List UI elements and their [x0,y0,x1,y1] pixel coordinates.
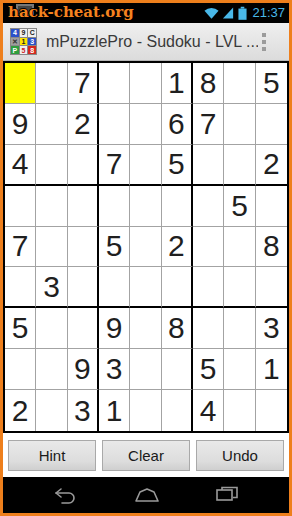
cell-r8c8[interactable] [224,349,255,390]
cell-r4c4[interactable] [99,186,130,227]
status-bar: hack-cheat.org 21:37 [3,3,289,23]
cell-r3c3[interactable] [68,145,99,186]
cell-r6c4[interactable] [99,267,130,308]
cell-r6c9[interactable] [256,267,287,308]
cell-r5c7[interactable] [193,227,224,268]
cell-r4c2[interactable] [36,186,67,227]
cell-r4c8[interactable]: 5 [224,186,255,227]
cell-r6c1[interactable] [5,267,36,308]
cell-r2c6[interactable]: 6 [162,104,193,145]
cell-r1c6[interactable]: 1 [162,63,193,104]
cell-r1c5[interactable] [130,63,161,104]
cell-r3c7[interactable] [193,145,224,186]
cell-r2c7[interactable]: 7 [193,104,224,145]
hint-button[interactable]: Hint [8,440,96,471]
cell-r2c9[interactable] [256,104,287,145]
cell-r7c5[interactable] [130,308,161,349]
cell-r4c5[interactable] [130,186,161,227]
cell-r6c3[interactable] [68,267,99,308]
cell-r3c5[interactable] [130,145,161,186]
cell-r1c4[interactable] [99,63,130,104]
cell-r8c7[interactable]: 5 [193,349,224,390]
cell-r4c3[interactable] [68,186,99,227]
clock: 21:37 [252,3,285,23]
cell-r8c1[interactable] [5,349,36,390]
cell-r9c6[interactable] [162,390,193,431]
cell-r6c7[interactable] [193,267,224,308]
app-icon-cell: 3 [28,38,36,46]
cell-r6c8[interactable] [224,267,255,308]
clear-button[interactable]: Clear [102,440,190,471]
cell-r7c4[interactable]: 9 [99,308,130,349]
cell-r9c3[interactable]: 3 [68,390,99,431]
watermark-text: hack-cheat.org [8,3,134,21]
cell-r8c3[interactable]: 9 [68,349,99,390]
cell-r3c8[interactable] [224,145,255,186]
recents-icon[interactable] [215,486,239,504]
app-icon-cell: 1 [20,38,28,46]
cell-r8c4[interactable]: 3 [99,349,130,390]
cell-r1c2[interactable] [36,63,67,104]
cell-r1c9[interactable]: 5 [256,63,287,104]
cell-r3c2[interactable] [36,145,67,186]
cell-r5c8[interactable] [224,227,255,268]
undo-button[interactable]: Undo [196,440,284,471]
cell-r3c1[interactable]: 4 [5,145,36,186]
cell-r4c6[interactable] [162,186,193,227]
app-icon-cell: 4 [11,29,19,37]
cell-r1c3[interactable]: 7 [68,63,99,104]
app-icon-cell: P [11,46,19,54]
battery-icon [238,6,247,21]
cell-r2c4[interactable] [99,104,130,145]
cell-r3c9[interactable]: 2 [256,145,287,186]
nav-bar [3,477,289,513]
app-icon-cell: 8 [28,46,36,54]
cell-r5c9[interactable]: 8 [256,227,287,268]
cell-r9c1[interactable]: 2 [5,390,36,431]
cell-r5c6[interactable]: 2 [162,227,193,268]
cell-r6c2[interactable]: 3 [36,267,67,308]
cell-r5c4[interactable]: 5 [99,227,130,268]
page-title: mPuzzlePro - Sudoku - LVL ... [46,33,258,51]
cell-r8c5[interactable] [130,349,161,390]
wifi-icon [204,7,219,19]
cell-r7c1[interactable]: 5 [5,308,36,349]
cell-r1c8[interactable] [224,63,255,104]
cell-r2c1[interactable]: 9 [5,104,36,145]
button-bar: Hint Clear Undo [3,433,289,477]
cell-r5c3[interactable] [68,227,99,268]
cell-r8c2[interactable] [36,349,67,390]
cell-r7c7[interactable] [193,308,224,349]
cell-r9c2[interactable] [36,390,67,431]
signal-icon [222,7,235,19]
cell-r9c7[interactable]: 4 [193,390,224,431]
cell-r6c5[interactable] [130,267,161,308]
cell-r7c8[interactable] [224,308,255,349]
cell-r8c9[interactable]: 1 [256,349,287,390]
cell-r9c5[interactable] [130,390,161,431]
cell-r7c6[interactable]: 8 [162,308,193,349]
cell-r8c6[interactable] [162,349,193,390]
app-icon-cell: C [28,29,36,37]
cell-r5c2[interactable] [36,227,67,268]
cell-r9c9[interactable] [256,390,287,431]
device-frame: hack-cheat.org 21:37 49C✕13P58 mPuzzlePr… [0,0,292,516]
cell-r1c7[interactable]: 8 [193,63,224,104]
cell-r4c9[interactable] [256,186,287,227]
cell-r7c3[interactable] [68,308,99,349]
cell-r9c4[interactable]: 1 [99,390,130,431]
overflow-menu-icon[interactable] [258,29,270,55]
home-icon[interactable] [134,487,160,503]
app-icon-cell: ✕ [11,38,19,46]
cell-r4c1[interactable] [5,186,36,227]
cell-r4c7[interactable] [193,186,224,227]
cell-r5c5[interactable] [130,227,161,268]
title-bar: 49C✕13P58 mPuzzlePro - Sudoku - LVL ... [3,23,289,61]
cell-r5c1[interactable]: 7 [5,227,36,268]
cell-r9c8[interactable] [224,390,255,431]
cell-r2c8[interactable] [224,104,255,145]
grid-area: 718592674752575283598393512314 [3,61,289,433]
cell-r1c1[interactable] [5,63,36,104]
cell-r2c3[interactable]: 2 [68,104,99,145]
screen: hack-cheat.org 21:37 49C✕13P58 mPuzzlePr… [3,3,289,513]
app-icon-cell: 5 [20,46,28,54]
cell-r3c4[interactable]: 7 [99,145,130,186]
cell-r2c2[interactable] [36,104,67,145]
cell-r2c5[interactable] [130,104,161,145]
app-icon: 49C✕13P58 [10,28,37,55]
app-icon-cell: 9 [20,29,28,37]
cell-r7c2[interactable] [36,308,67,349]
sudoku-grid: 718592674752575283598393512314 [3,61,289,433]
cell-r7c9[interactable]: 3 [256,308,287,349]
back-icon[interactable] [53,486,79,504]
cell-r6c6[interactable] [162,267,193,308]
cell-r3c6[interactable]: 5 [162,145,193,186]
